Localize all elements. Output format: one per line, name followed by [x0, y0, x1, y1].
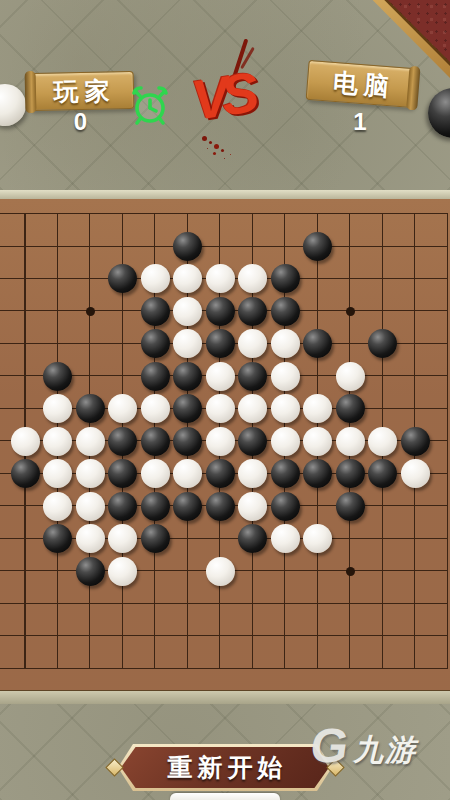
white-stone	[368, 427, 397, 456]
white-stone	[141, 264, 170, 293]
black-stone	[336, 394, 365, 423]
white-stone	[173, 297, 202, 326]
white-stone	[238, 329, 267, 358]
white-stone	[303, 394, 332, 423]
black-stone	[336, 492, 365, 521]
black-stone	[271, 264, 300, 293]
white-stone	[43, 394, 72, 423]
white-stone	[173, 264, 202, 293]
black-stone	[206, 329, 235, 358]
black-stone	[238, 524, 267, 553]
black-stone	[11, 459, 40, 488]
jiuyou-watermark: G 九游	[303, 718, 433, 778]
white-stone	[238, 459, 267, 488]
black-stone	[303, 329, 332, 358]
goban	[0, 190, 450, 703]
black-stone	[108, 459, 137, 488]
white-stone	[401, 459, 430, 488]
white-stone	[303, 524, 332, 553]
black-stone	[336, 459, 365, 488]
black-stone	[206, 459, 235, 488]
white-stone	[206, 557, 235, 586]
restart-label: 重新开始	[163, 751, 288, 784]
black-stone	[271, 297, 300, 326]
black-stone	[141, 297, 170, 326]
white-stone	[141, 394, 170, 423]
white-stone	[76, 524, 105, 553]
white-stone	[108, 524, 137, 553]
white-stone	[206, 362, 235, 391]
white-stone	[141, 459, 170, 488]
black-stone	[271, 492, 300, 521]
black-stone	[173, 427, 202, 456]
bottom-sheet-handle	[170, 793, 280, 800]
black-stone	[303, 459, 332, 488]
black-stone	[173, 394, 202, 423]
black-stone	[271, 459, 300, 488]
player-label: 玩家	[47, 74, 116, 108]
black-stone	[173, 362, 202, 391]
black-stone	[238, 362, 267, 391]
board-grid[interactable]	[0, 213, 448, 669]
white-stone	[271, 427, 300, 456]
white-stone	[206, 427, 235, 456]
white-stone	[173, 329, 202, 358]
white-stone	[76, 459, 105, 488]
white-stone	[271, 524, 300, 553]
decorative-black-stone	[428, 88, 450, 138]
black-stone	[173, 492, 202, 521]
white-stone	[271, 329, 300, 358]
black-stone	[368, 459, 397, 488]
vs-splatter-drips	[202, 136, 207, 141]
black-stone	[401, 427, 430, 456]
computer-score: 1	[307, 108, 413, 136]
black-stone	[141, 362, 170, 391]
black-stone	[368, 329, 397, 358]
white-stone	[76, 427, 105, 456]
white-stone	[303, 427, 332, 456]
timer-icon	[130, 83, 170, 127]
black-stone	[206, 492, 235, 521]
white-stone	[43, 459, 72, 488]
white-stone	[11, 427, 40, 456]
black-stone	[108, 427, 137, 456]
jiuyou-logo-glyph: G	[307, 718, 352, 773]
white-stone	[238, 264, 267, 293]
computer-label: 电脑	[326, 65, 396, 103]
star-point	[86, 307, 95, 316]
white-stone	[336, 362, 365, 391]
white-stone	[43, 427, 72, 456]
black-stone	[43, 524, 72, 553]
star-point	[346, 307, 355, 316]
black-stone	[206, 297, 235, 326]
white-stone	[206, 394, 235, 423]
jiuyou-logo-text: 九游	[353, 730, 417, 771]
black-stone	[141, 524, 170, 553]
black-stone	[173, 232, 202, 261]
white-stone	[76, 492, 105, 521]
white-stone	[271, 394, 300, 423]
white-stone	[271, 362, 300, 391]
black-stone	[43, 362, 72, 391]
black-stone	[141, 329, 170, 358]
white-stone	[336, 427, 365, 456]
player-score: 0	[29, 108, 132, 136]
white-stone	[238, 394, 267, 423]
button-tip-diamond-left	[105, 758, 123, 776]
game-screen: 玩家 0 VS 电脑 1 重新开始	[0, 0, 450, 800]
black-stone	[238, 297, 267, 326]
vs-text: VS	[187, 60, 255, 133]
black-stone	[108, 492, 137, 521]
star-point	[346, 567, 355, 576]
computer-name-scroll: 电脑	[306, 60, 417, 108]
white-stone	[43, 492, 72, 521]
board-bottom-edge	[0, 690, 450, 704]
black-stone	[238, 427, 267, 456]
restart-button[interactable]: 重新开始	[118, 744, 332, 791]
black-stone	[108, 264, 137, 293]
black-stone	[303, 232, 332, 261]
player-name-scroll: 玩家	[29, 71, 135, 111]
black-stone	[76, 557, 105, 586]
white-stone	[238, 492, 267, 521]
black-stone	[76, 394, 105, 423]
white-stone	[108, 394, 137, 423]
white-stone	[173, 459, 202, 488]
black-stone	[141, 492, 170, 521]
restart-button-face[interactable]: 重新开始	[121, 747, 329, 788]
vs-logo: VS	[188, 52, 262, 152]
decorative-white-stone	[0, 84, 26, 126]
white-stone	[108, 557, 137, 586]
black-stone	[141, 427, 170, 456]
white-stone	[206, 264, 235, 293]
